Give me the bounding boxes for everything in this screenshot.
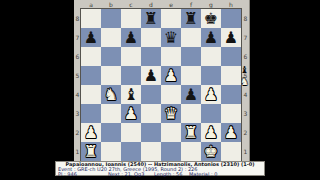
square-a6 (81, 47, 101, 66)
square-b7 (101, 28, 121, 47)
piece-white-knight-b4: ♞ (104, 85, 118, 104)
square-a7: ♟ (81, 28, 101, 47)
piece-black-pawn-c7: ♟ (124, 28, 138, 47)
square-c2 (121, 123, 141, 142)
file-label-f: f (181, 1, 201, 9)
piece-black-rook-f8: ♜ (184, 9, 198, 28)
piece-white-pawn-a2: ♟ (84, 123, 98, 142)
square-f6 (181, 47, 201, 66)
stat-pl: Pl : 946 (58, 172, 77, 177)
file-label-g: g (201, 1, 221, 9)
rank-label-2: 2 (242, 123, 249, 142)
video-frame: abcdefgh 87654321 87654321 ♜♜♚♟♟♛♟♟♟♟♞♝♟… (0, 0, 320, 180)
stat-next-move: Next : 21. Qg3 (108, 172, 144, 177)
square-b3 (101, 104, 121, 123)
piece-white-king-g1: ♚ (204, 142, 218, 161)
piece-black-pawn-d5: ♟ (144, 66, 158, 85)
square-f7 (181, 28, 201, 47)
square-e7: ♛ (161, 28, 181, 47)
rank-label-8: 8 (74, 9, 81, 28)
square-d1 (141, 142, 161, 161)
rank-label-8: 8 (242, 9, 249, 28)
material-icon-black-bishop: ♝ (240, 64, 249, 76)
square-c7: ♟ (121, 28, 141, 47)
file-label-h: h (221, 1, 241, 9)
square-b2 (101, 123, 121, 142)
rank-label-4: 4 (74, 85, 81, 104)
piece-white-rook-f2: ♜ (184, 123, 198, 142)
rank-label-3: 3 (242, 104, 249, 123)
square-b1 (101, 142, 121, 161)
material-difference-indicator: ♝♞ (240, 64, 252, 88)
game-info-panel: Papaioannou, Ioannis (2540) -- Hatzimano… (55, 161, 265, 176)
square-f8: ♜ (181, 9, 201, 28)
piece-white-pawn-h2: ♟ (224, 123, 238, 142)
rank-label-1: 1 (74, 142, 81, 161)
square-c5 (121, 66, 141, 85)
rank-label-2: 2 (74, 123, 81, 142)
rank-label-3: 3 (74, 104, 81, 123)
rank-label-6: 6 (74, 47, 81, 66)
square-f4: ♟ (181, 85, 201, 104)
square-b8 (101, 9, 121, 28)
square-h5 (221, 66, 241, 85)
piece-black-rook-d8: ♜ (144, 9, 158, 28)
square-e3: ♛ (161, 104, 181, 123)
piece-white-pawn-e5: ♟ (164, 66, 178, 85)
square-f5 (181, 66, 201, 85)
file-label-a: a (81, 1, 101, 9)
square-a5 (81, 66, 101, 85)
square-a8 (81, 9, 101, 28)
square-b6 (101, 47, 121, 66)
square-g6 (201, 47, 221, 66)
square-e8 (161, 9, 181, 28)
stat-length: Length : 56 (154, 172, 182, 177)
square-h2: ♟ (221, 123, 241, 142)
square-e6 (161, 47, 181, 66)
square-d5: ♟ (141, 66, 161, 85)
square-d3 (141, 104, 161, 123)
square-d6 (141, 47, 161, 66)
square-b4: ♞ (101, 85, 121, 104)
game-stats: Pl : 946 Next : 21. Qg3 Length : 56 Mate… (56, 172, 264, 177)
material-icon-white-knight: ♞ (240, 76, 249, 88)
piece-black-queen-e7: ♛ (164, 28, 178, 47)
rank-label-7: 7 (242, 28, 249, 47)
square-c1 (121, 142, 141, 161)
piece-white-queen-e3: ♛ (164, 104, 178, 123)
square-a3 (81, 104, 101, 123)
square-f3 (181, 104, 201, 123)
square-a4 (81, 85, 101, 104)
square-b5 (101, 66, 121, 85)
file-label-d: d (141, 1, 161, 9)
piece-black-pawn-h7: ♟ (224, 28, 238, 47)
square-h7: ♟ (221, 28, 241, 47)
square-d8: ♜ (141, 9, 161, 28)
rank-label-5: 5 (74, 66, 81, 85)
square-d4 (141, 85, 161, 104)
square-d2 (141, 123, 161, 142)
piece-black-pawn-g7: ♟ (204, 28, 218, 47)
rank-labels-left: 87654321 (74, 9, 81, 161)
chess-board: ♜♜♚♟♟♛♟♟♟♟♞♝♟♟♟♛♟♜♟♟♜♚ (81, 9, 241, 161)
square-c6 (121, 47, 141, 66)
file-label-c: c (121, 1, 141, 9)
piece-black-pawn-a7: ♟ (84, 28, 98, 47)
file-label-e: e (161, 1, 181, 9)
square-g1: ♚ (201, 142, 221, 161)
piece-black-king-g8: ♚ (204, 9, 218, 28)
rank-label-1: 1 (242, 142, 249, 161)
square-g5 (201, 66, 221, 85)
square-h3 (221, 104, 241, 123)
square-d7 (141, 28, 161, 47)
square-g3 (201, 104, 221, 123)
piece-black-bishop-c4: ♝ (124, 85, 138, 104)
square-g7: ♟ (201, 28, 221, 47)
piece-white-pawn-c3: ♟ (124, 104, 138, 123)
rank-label-7: 7 (74, 28, 81, 47)
square-e4 (161, 85, 181, 104)
square-g4: ♟ (201, 85, 221, 104)
square-f1 (181, 142, 201, 161)
square-h1 (221, 142, 241, 161)
square-e5: ♟ (161, 66, 181, 85)
square-h4 (221, 85, 241, 104)
square-a1: ♜ (81, 142, 101, 161)
square-a2: ♟ (81, 123, 101, 142)
square-e1 (161, 142, 181, 161)
square-h8 (221, 9, 241, 28)
piece-white-pawn-g4: ♟ (204, 85, 218, 104)
stat-material: Material : 0 (189, 172, 217, 177)
square-h6 (221, 47, 241, 66)
square-c8 (121, 9, 141, 28)
square-c4: ♝ (121, 85, 141, 104)
piece-black-pawn-f4: ♟ (184, 85, 198, 104)
piece-white-pawn-g2: ♟ (204, 123, 218, 142)
square-g2: ♟ (201, 123, 221, 142)
file-labels-top: abcdefgh (81, 1, 241, 9)
square-c3: ♟ (121, 104, 141, 123)
square-g8: ♚ (201, 9, 221, 28)
piece-white-rook-a1: ♜ (84, 142, 98, 161)
square-f2: ♜ (181, 123, 201, 142)
file-label-b: b (101, 1, 121, 9)
square-e2 (161, 123, 181, 142)
